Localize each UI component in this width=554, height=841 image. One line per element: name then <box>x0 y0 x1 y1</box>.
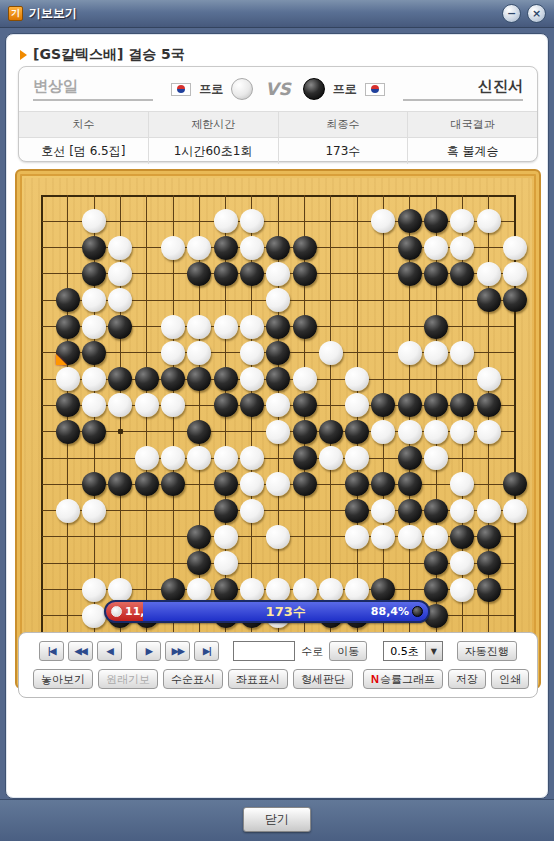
black-stone <box>108 472 132 496</box>
white-stone <box>398 341 422 365</box>
black-stone <box>187 420 211 444</box>
footer-bar: 닫기 <box>0 799 554 841</box>
black-stone <box>240 393 264 417</box>
black-stone <box>293 315 317 339</box>
black-stone <box>477 288 501 312</box>
white-stone <box>108 236 132 260</box>
white-stone <box>161 393 185 417</box>
chevron-down-icon[interactable]: ▼ <box>425 642 442 660</box>
black-stone <box>82 341 106 365</box>
black-stone <box>266 236 290 260</box>
white-stone <box>345 446 369 470</box>
white-stone <box>477 499 501 523</box>
white-stone <box>450 209 474 233</box>
white-stone <box>108 393 132 417</box>
last-move-button[interactable]: ▶| <box>194 641 219 661</box>
black-player-rank: 프로 <box>333 81 357 98</box>
black-stone <box>371 472 395 496</box>
vs-label: VS <box>265 79 290 99</box>
white-stone <box>345 393 369 417</box>
black-stone <box>293 420 317 444</box>
black-stone <box>371 578 395 602</box>
black-stone <box>214 393 238 417</box>
close-icon[interactable]: × <box>527 4 546 23</box>
info-header-0: 치수 <box>19 112 149 138</box>
bullet-arrow-icon <box>20 50 27 60</box>
white-stone <box>161 236 185 260</box>
white-stone <box>240 367 264 391</box>
white-stone <box>450 551 474 575</box>
black-stone <box>398 209 422 233</box>
black-stone <box>424 551 448 575</box>
black-winrate-label: 88,4% <box>371 605 409 618</box>
white-stone <box>56 499 80 523</box>
info-value-1: 1시간60초1회 <box>149 138 279 164</box>
black-stone <box>371 393 395 417</box>
black-stone <box>108 367 132 391</box>
fast-back-button[interactable]: ◀◀ <box>68 641 93 661</box>
info-value-3: 흑 불계승 <box>408 138 537 164</box>
white-stone <box>266 420 290 444</box>
white-stone <box>82 604 106 628</box>
white-stone-icon <box>231 78 253 100</box>
white-stone <box>450 341 474 365</box>
black-stone <box>266 341 290 365</box>
auto-play-button[interactable]: 자동진행 <box>457 641 517 661</box>
black-stone <box>214 367 238 391</box>
interval-dropdown[interactable]: 0.5초 ▼ <box>383 641 443 661</box>
white-stone <box>108 578 132 602</box>
controls-box: |◀◀◀◀▶▶▶▶| 수로 이동 0.5초 ▼ 자동진행 놓아보기원래기보수순표… <box>18 632 538 698</box>
white-stone <box>293 367 317 391</box>
black-stone <box>319 420 343 444</box>
white-winrate-segment: 11,6% <box>106 602 143 621</box>
white-stone <box>161 341 185 365</box>
black-stone <box>293 262 317 286</box>
white-stone <box>450 236 474 260</box>
black-stone <box>82 420 106 444</box>
black-stone <box>477 525 501 549</box>
white-stone <box>240 472 264 496</box>
white-stone <box>187 236 211 260</box>
black-stone <box>424 209 448 233</box>
fast-forward-button[interactable]: ▶▶ <box>165 641 190 661</box>
black-stone <box>108 315 132 339</box>
black-stone <box>214 262 238 286</box>
korea-flag-icon <box>171 83 191 96</box>
white-stone <box>424 446 448 470</box>
white-stone <box>345 367 369 391</box>
black-stone <box>82 236 106 260</box>
black-stone <box>135 367 159 391</box>
minimize-button[interactable]: − <box>502 4 521 23</box>
white-stone <box>82 315 106 339</box>
black-winrate-segment: 173수 88,4% <box>143 602 428 621</box>
black-stone <box>214 499 238 523</box>
black-stone <box>477 578 501 602</box>
white-stone <box>450 499 474 523</box>
grid-hline <box>42 195 516 197</box>
black-stone <box>293 393 317 417</box>
white-stone <box>82 367 106 391</box>
black-stone <box>293 472 317 496</box>
game-info-table: 치수제한시간최종수대국결과 호선 [덤 6.5집]1시간60초1회173수흑 불… <box>19 111 537 163</box>
black-stone <box>56 393 80 417</box>
white-stone <box>371 420 395 444</box>
white-stone <box>214 446 238 470</box>
black-stone <box>214 472 238 496</box>
white-stone <box>503 236 527 260</box>
black-stone <box>477 551 501 575</box>
original-record-button[interactable]: 원래기보 <box>98 669 158 689</box>
white-stone <box>424 341 448 365</box>
white-stone <box>503 262 527 286</box>
white-stone <box>187 315 211 339</box>
black-stone <box>398 393 422 417</box>
black-stone-dot-icon <box>412 606 423 617</box>
black-stone <box>161 367 185 391</box>
white-stone <box>477 367 501 391</box>
white-stone <box>266 393 290 417</box>
black-stone <box>240 262 264 286</box>
info-header-2: 최종수 <box>279 112 409 138</box>
white-stone <box>82 209 106 233</box>
white-stone <box>161 315 185 339</box>
black-stone <box>293 446 317 470</box>
black-stone <box>161 578 185 602</box>
white-stone <box>82 499 106 523</box>
white-stone <box>82 393 106 417</box>
app-icon: 기 <box>8 6 23 21</box>
white-stone <box>450 420 474 444</box>
white-stone <box>477 262 501 286</box>
black-stone <box>398 499 422 523</box>
white-stone <box>398 525 422 549</box>
black-stone <box>214 236 238 260</box>
black-stone <box>398 446 422 470</box>
page-title: [GS칼텍스배] 결승 5국 <box>33 46 185 64</box>
title-bar: 기 기보보기 − × <box>0 0 554 28</box>
black-stone <box>398 472 422 496</box>
white-stone <box>214 209 238 233</box>
white-stone <box>135 446 159 470</box>
forward-button[interactable]: ▶ <box>136 641 161 661</box>
white-stone <box>240 341 264 365</box>
white-stone <box>319 446 343 470</box>
black-stone <box>424 393 448 417</box>
korea-flag-icon <box>365 83 385 96</box>
move-numbers-button[interactable]: 수순표시 <box>163 669 223 689</box>
white-stone <box>135 393 159 417</box>
white-stone <box>266 262 290 286</box>
white-stone <box>398 420 422 444</box>
black-stone <box>477 393 501 417</box>
white-stone <box>477 209 501 233</box>
close-dialog-button[interactable]: 닫기 <box>243 807 311 832</box>
black-stone <box>503 472 527 496</box>
go-to-move-button[interactable]: 이동 <box>329 641 367 661</box>
black-stone <box>161 472 185 496</box>
window-title: 기보보기 <box>29 5 77 22</box>
white-stone <box>345 578 369 602</box>
last-move-marker <box>56 354 67 365</box>
info-value-2: 173수 <box>279 138 409 164</box>
white-stone <box>161 446 185 470</box>
progress-bar: 11,6% 173수 88,4% <box>104 600 430 623</box>
white-stone <box>214 551 238 575</box>
white-stone <box>293 578 317 602</box>
white-stone <box>477 420 501 444</box>
white-stone <box>240 446 264 470</box>
white-stone <box>82 288 106 312</box>
black-stone <box>187 262 211 286</box>
white-stone <box>371 209 395 233</box>
black-stone <box>398 236 422 260</box>
white-stone <box>187 446 211 470</box>
black-stone <box>424 578 448 602</box>
white-stone <box>450 472 474 496</box>
white-stone <box>108 288 132 312</box>
main-panel: [GS칼텍스배] 결승 5국 변상일 프로 VS 프로 신진서 치수제한시간최종… <box>5 33 549 799</box>
white-stone <box>371 499 395 523</box>
white-player-name: 변상일 <box>33 77 153 101</box>
first-move-button[interactable]: |◀ <box>39 641 64 661</box>
white-stone <box>450 578 474 602</box>
interval-value: 0.5초 <box>384 644 425 659</box>
white-stone <box>266 472 290 496</box>
black-player-name: 신진서 <box>403 77 523 101</box>
black-stone <box>503 288 527 312</box>
try-moves-button[interactable]: 놓아보기 <box>33 669 93 689</box>
black-stone <box>187 551 211 575</box>
black-stone <box>450 262 474 286</box>
white-stone <box>424 236 448 260</box>
black-stone <box>345 472 369 496</box>
white-stone <box>266 578 290 602</box>
black-stone <box>214 578 238 602</box>
back-button[interactable]: ◀ <box>97 641 122 661</box>
white-stone <box>424 525 448 549</box>
white-stone <box>240 236 264 260</box>
white-stone <box>240 499 264 523</box>
new-badge: N <box>371 673 379 685</box>
white-stone <box>371 525 395 549</box>
black-stone <box>56 315 80 339</box>
black-stone <box>424 499 448 523</box>
black-stone <box>187 367 211 391</box>
black-stone <box>450 525 474 549</box>
black-stone <box>293 236 317 260</box>
white-stone <box>266 288 290 312</box>
white-stone <box>503 499 527 523</box>
black-stone <box>424 262 448 286</box>
black-stone <box>345 499 369 523</box>
info-header-1: 제한시간 <box>149 112 279 138</box>
white-stone <box>240 578 264 602</box>
white-stone <box>108 262 132 286</box>
black-stone <box>82 472 106 496</box>
winrate-graph-button[interactable]: N승률그래프 <box>363 669 443 689</box>
white-player-rank: 프로 <box>199 81 223 98</box>
info-value-0: 호선 [덤 6.5집] <box>19 138 149 164</box>
white-stone-dot-icon <box>111 606 122 617</box>
black-stone <box>266 315 290 339</box>
black-stone <box>56 288 80 312</box>
print-button[interactable]: 인쇄 <box>491 669 529 689</box>
white-stone <box>56 367 80 391</box>
black-stone <box>56 420 80 444</box>
move-number-input[interactable] <box>233 641 295 661</box>
white-stone <box>187 341 211 365</box>
black-stone-icon <box>303 78 325 100</box>
white-stone <box>345 525 369 549</box>
black-stone <box>135 472 159 496</box>
info-header-3: 대국결과 <box>408 112 537 138</box>
white-stone <box>82 578 106 602</box>
black-stone <box>398 262 422 286</box>
white-stone <box>214 315 238 339</box>
black-stone <box>345 420 369 444</box>
white-stone <box>240 209 264 233</box>
player-info-box: 변상일 프로 VS 프로 신진서 치수제한시간최종수대국결과 호선 [덤 6.5… <box>18 66 538 162</box>
black-stone <box>450 393 474 417</box>
white-stone <box>424 420 448 444</box>
white-stone <box>319 341 343 365</box>
white-stone <box>240 315 264 339</box>
black-stone <box>82 262 106 286</box>
position-judge-button[interactable]: 형세판단 <box>293 669 353 689</box>
white-stone <box>214 525 238 549</box>
star-point <box>118 429 123 434</box>
white-stone <box>266 525 290 549</box>
black-stone <box>424 315 448 339</box>
black-stone <box>187 525 211 549</box>
white-stone <box>319 578 343 602</box>
move-to-label: 수로 <box>301 644 323 659</box>
save-button[interactable]: 저장 <box>448 669 486 689</box>
black-stone <box>266 367 290 391</box>
coordinates-button[interactable]: 좌표표시 <box>228 669 288 689</box>
white-stone <box>187 578 211 602</box>
